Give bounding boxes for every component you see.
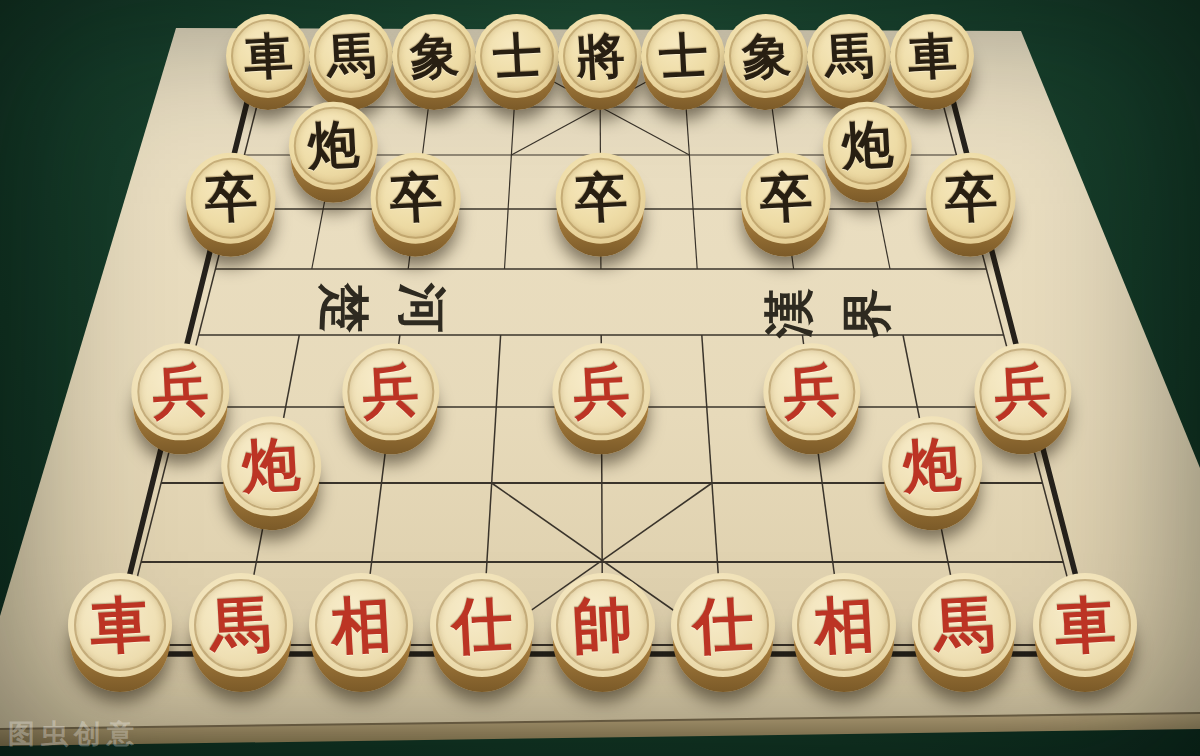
piece-black-chariot[interactable]: 車 [226, 14, 310, 98]
piece-face: 兵 [974, 343, 1071, 440]
piece-red-chariot[interactable]: 車 [68, 573, 172, 677]
piece-glyph: 馬 [823, 30, 874, 81]
piece-glyph: 車 [906, 30, 957, 81]
piece-glyph: 炮 [840, 119, 894, 173]
piece-black-advisor[interactable]: 士 [641, 14, 725, 98]
piece-red-elephant[interactable]: 相 [792, 573, 896, 677]
piece-face: 卒 [185, 153, 276, 244]
piece-red-horse[interactable]: 馬 [912, 573, 1016, 677]
piece-glyph: 馬 [325, 30, 376, 81]
piece-black-cannon[interactable]: 炮 [289, 102, 377, 190]
piece-glyph: 相 [330, 593, 393, 656]
piece-glyph: 帥 [571, 593, 634, 656]
piece-face: 卒 [925, 153, 1016, 244]
piece-black-soldier[interactable]: 卒 [925, 153, 1016, 244]
piece-face: 相 [792, 573, 896, 677]
piece-glyph: 車 [242, 30, 293, 81]
piece-black-chariot[interactable]: 車 [890, 14, 974, 98]
piece-face: 車 [1033, 573, 1137, 677]
piece-face: 兵 [342, 343, 439, 440]
piece-glyph: 士 [657, 30, 708, 81]
piece-glyph: 馬 [209, 593, 272, 656]
piece-face: 象 [724, 14, 808, 98]
piece-glyph: 仕 [691, 593, 754, 656]
piece-face: 兵 [763, 343, 860, 440]
piece-black-soldier[interactable]: 卒 [185, 153, 276, 244]
piece-glyph: 兵 [361, 362, 420, 421]
piece-face: 士 [475, 14, 559, 98]
piece-glyph: 士 [491, 30, 542, 81]
piece-red-soldier[interactable]: 兵 [342, 343, 439, 440]
piece-red-elephant[interactable]: 相 [309, 573, 413, 677]
piece-glyph: 卒 [943, 171, 998, 226]
piece-glyph: 兵 [782, 362, 841, 421]
piece-face: 將 [558, 14, 642, 98]
piece-glyph: 卒 [758, 171, 813, 226]
piece-glyph: 兵 [993, 362, 1052, 421]
xiangqi-board-photo: 楚河 漢界 車馬象士將士象馬車炮炮卒卒卒卒卒兵兵兵兵兵炮炮車馬相仕帥仕相馬車 图… [0, 0, 1200, 756]
piece-black-horse[interactable]: 馬 [807, 14, 891, 98]
piece-red-soldier[interactable]: 兵 [132, 343, 229, 440]
piece-glyph: 炮 [902, 436, 963, 497]
piece-face: 車 [890, 14, 974, 98]
pieces-layer: 車馬象士將士象馬車炮炮卒卒卒卒卒兵兵兵兵兵炮炮車馬相仕帥仕相馬車 [0, 0, 1200, 756]
piece-glyph: 兵 [572, 362, 631, 421]
piece-face: 馬 [807, 14, 891, 98]
piece-red-advisor[interactable]: 仕 [430, 573, 534, 677]
piece-glyph: 卒 [573, 171, 628, 226]
piece-glyph: 卒 [388, 171, 443, 226]
piece-glyph: 兵 [151, 362, 210, 421]
piece-face: 兵 [132, 343, 229, 440]
piece-face: 炮 [883, 416, 983, 516]
piece-face: 卒 [555, 153, 646, 244]
piece-red-horse[interactable]: 馬 [189, 573, 293, 677]
piece-glyph: 車 [88, 593, 151, 656]
piece-glyph: 仕 [450, 593, 513, 656]
piece-red-soldier[interactable]: 兵 [553, 343, 650, 440]
piece-face: 象 [392, 14, 476, 98]
piece-face: 仕 [671, 573, 775, 677]
piece-black-cannon[interactable]: 炮 [823, 102, 911, 190]
piece-face: 馬 [912, 573, 1016, 677]
piece-red-chariot[interactable]: 車 [1033, 573, 1137, 677]
piece-glyph: 相 [812, 593, 875, 656]
piece-face: 士 [641, 14, 725, 98]
piece-face: 兵 [553, 343, 650, 440]
piece-black-elephant[interactable]: 象 [724, 14, 808, 98]
piece-glyph: 車 [1053, 593, 1116, 656]
piece-black-general[interactable]: 將 [558, 14, 642, 98]
piece-face: 帥 [551, 573, 655, 677]
piece-glyph: 卒 [203, 171, 258, 226]
piece-red-soldier[interactable]: 兵 [763, 343, 860, 440]
piece-glyph: 馬 [933, 593, 996, 656]
piece-face: 卒 [370, 153, 461, 244]
piece-face: 仕 [430, 573, 534, 677]
watermark: 图虫创意 [8, 716, 140, 752]
piece-face: 車 [68, 573, 172, 677]
piece-black-soldier[interactable]: 卒 [740, 153, 831, 244]
piece-black-horse[interactable]: 馬 [309, 14, 393, 98]
piece-glyph: 象 [408, 30, 459, 81]
piece-red-general[interactable]: 帥 [551, 573, 655, 677]
piece-glyph: 將 [574, 30, 625, 81]
piece-black-elephant[interactable]: 象 [392, 14, 476, 98]
piece-black-soldier[interactable]: 卒 [555, 153, 646, 244]
piece-face: 炮 [222, 416, 322, 516]
piece-black-advisor[interactable]: 士 [475, 14, 559, 98]
piece-face: 馬 [189, 573, 293, 677]
piece-red-advisor[interactable]: 仕 [671, 573, 775, 677]
piece-glyph: 象 [740, 30, 791, 81]
piece-face: 相 [309, 573, 413, 677]
piece-face: 馬 [309, 14, 393, 98]
piece-red-cannon[interactable]: 炮 [222, 416, 322, 516]
piece-glyph: 炮 [306, 119, 360, 173]
piece-black-soldier[interactable]: 卒 [370, 153, 461, 244]
piece-face: 卒 [740, 153, 831, 244]
piece-red-cannon[interactable]: 炮 [883, 416, 983, 516]
piece-face: 車 [226, 14, 310, 98]
piece-red-soldier[interactable]: 兵 [974, 343, 1071, 440]
piece-glyph: 炮 [241, 436, 302, 497]
